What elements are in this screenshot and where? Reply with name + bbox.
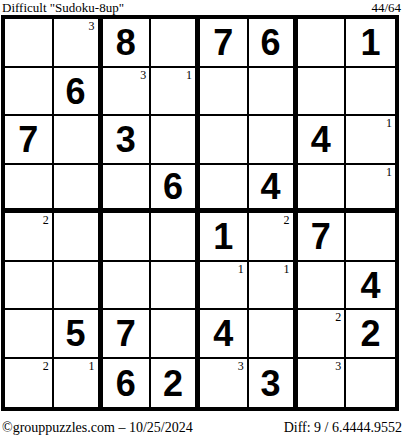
given-digit: 6 [66,72,86,110]
cell-r5c7[interactable]: 7 [298,213,347,262]
cell-r8c1[interactable]: 2 [5,359,54,408]
page-footer: ©grouppuzzles.com – 10/25/2024 Diff: 9 /… [0,420,403,435]
cell-r2c6[interactable] [249,68,298,117]
cell-r6c5[interactable]: 1 [200,262,249,311]
puzzle-counter: 44/64 [371,1,401,14]
pencil-mark: 3 [140,68,146,82]
cell-r1c2[interactable]: 3 [54,19,103,68]
cell-r2c1[interactable] [5,68,54,117]
pencil-mark: 3 [89,19,95,33]
pencil-mark: 1 [386,165,392,179]
cell-r8c4[interactable]: 2 [151,359,200,408]
cell-r3c4[interactable] [151,116,200,165]
given-digit: 2 [361,314,381,352]
cell-r4c1[interactable] [5,165,54,214]
given-digit: 6 [261,23,281,61]
given-digit: 4 [311,120,331,158]
cell-r6c8[interactable]: 4 [346,262,395,311]
cell-r7c5[interactable]: 4 [200,310,249,359]
cell-r8c2[interactable]: 1 [54,359,103,408]
given-digit: 7 [116,314,136,352]
given-digit: 4 [261,167,281,205]
pencil-mark: 1 [89,359,95,373]
cell-r6c2[interactable] [54,262,103,311]
cell-r2c8[interactable] [346,68,395,117]
given-digit: 6 [116,364,136,402]
cell-r8c3[interactable]: 6 [103,359,152,408]
given-digit: 8 [116,23,136,61]
cell-r4c5[interactable] [200,165,249,214]
cell-r1c1[interactable] [5,19,54,68]
pencil-mark: 1 [386,116,392,130]
given-digit: 4 [361,266,381,304]
cell-r5c4[interactable] [151,213,200,262]
given-digit: 3 [261,364,281,402]
cell-r7c7[interactable]: 2 [298,310,347,359]
given-digit: 1 [213,217,233,255]
cell-r1c5[interactable]: 7 [200,19,249,68]
cell-r3c5[interactable] [200,116,249,165]
cell-r2c5[interactable] [200,68,249,117]
cell-r7c2[interactable]: 5 [54,310,103,359]
pencil-mark: 1 [238,262,244,276]
sudoku-board: 3876163173416412127114574222162333 [1,15,399,411]
cell-r3c7[interactable]: 4 [298,116,347,165]
cell-r3c2[interactable] [54,116,103,165]
given-digit: 3 [116,120,136,158]
given-digit: 4 [213,314,233,352]
cell-r4c4[interactable]: 6 [151,165,200,214]
cell-r8c5[interactable]: 3 [200,359,249,408]
cell-r7c3[interactable]: 7 [103,310,152,359]
pencil-mark: 2 [335,310,341,324]
cell-r8c8[interactable] [346,359,395,408]
given-digit: 6 [163,167,183,205]
cell-r1c6[interactable]: 6 [249,19,298,68]
cell-r7c1[interactable] [5,310,54,359]
given-digit: 2 [163,364,183,402]
cell-r6c3[interactable] [103,262,152,311]
cell-r6c6[interactable]: 1 [249,262,298,311]
cell-r5c2[interactable] [54,213,103,262]
cell-r5c5[interactable]: 1 [200,213,249,262]
difficulty-text: Diff: 9 / 6.4444.9552 [284,420,402,435]
cell-r5c8[interactable] [346,213,395,262]
pencil-mark: 2 [284,213,290,227]
page-header: Difficult "Sudoku-8up" 44/64 [0,0,403,15]
cell-r3c8[interactable]: 1 [346,116,395,165]
cell-r2c3[interactable]: 3 [103,68,152,117]
cell-r1c3[interactable]: 8 [103,19,152,68]
given-digit: 5 [66,314,86,352]
puzzle-title: Difficult "Sudoku-8up" [2,1,124,14]
cell-r7c6[interactable] [249,310,298,359]
pencil-mark: 1 [186,68,192,82]
cell-r5c3[interactable] [103,213,152,262]
cell-r4c6[interactable]: 4 [249,165,298,214]
given-digit: 1 [361,23,381,61]
cell-r3c1[interactable]: 7 [5,116,54,165]
cell-r2c7[interactable] [298,68,347,117]
cell-r1c4[interactable] [151,19,200,68]
given-digit: 7 [213,23,233,61]
cell-r1c8[interactable]: 1 [346,19,395,68]
cell-r8c7[interactable]: 3 [298,359,347,408]
cell-r6c4[interactable] [151,262,200,311]
given-digit: 7 [18,120,38,158]
given-digit: 7 [311,217,331,255]
cell-r7c8[interactable]: 2 [346,310,395,359]
cell-r7c4[interactable] [151,310,200,359]
cell-r2c2[interactable]: 6 [54,68,103,117]
cell-r4c8[interactable]: 1 [346,165,395,214]
cell-r8c6[interactable]: 3 [249,359,298,408]
cell-r6c7[interactable] [298,262,347,311]
cell-r6c1[interactable] [5,262,54,311]
pencil-mark: 3 [335,359,341,373]
pencil-mark: 3 [238,359,244,373]
pencil-mark: 2 [43,213,49,227]
pencil-mark: 2 [43,359,49,373]
cell-r5c6[interactable]: 2 [249,213,298,262]
cell-r4c7[interactable] [298,165,347,214]
cell-r4c2[interactable] [54,165,103,214]
cell-r2c4[interactable]: 1 [151,68,200,117]
cell-r1c7[interactable] [298,19,347,68]
copyright-text: ©grouppuzzles.com – 10/25/2024 [2,420,193,435]
cell-r5c1[interactable]: 2 [5,213,54,262]
cell-r4c3[interactable] [103,165,152,214]
cell-r3c3[interactable]: 3 [103,116,152,165]
cell-r3c6[interactable] [249,116,298,165]
pencil-mark: 1 [284,262,290,276]
